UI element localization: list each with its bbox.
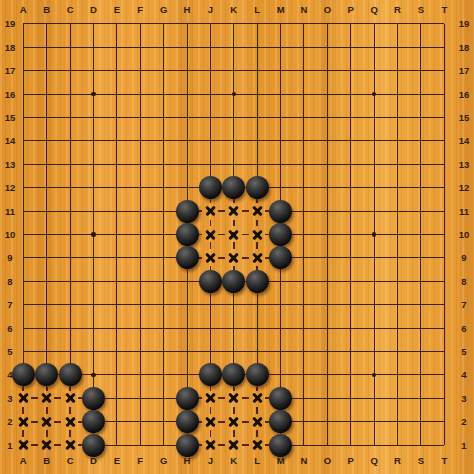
intersection-E15[interactable]	[105, 106, 128, 129]
intersection-O18[interactable]	[316, 36, 339, 59]
intersection-M16[interactable]	[269, 82, 292, 105]
intersection-E10[interactable]	[105, 223, 128, 246]
intersection-C6[interactable]	[58, 316, 81, 339]
intersection-C16[interactable]	[58, 82, 81, 105]
intersection-C2[interactable]	[58, 410, 81, 433]
intersection-K11[interactable]	[222, 199, 245, 222]
intersection-P5[interactable]	[339, 340, 362, 363]
intersection-R2[interactable]	[386, 410, 409, 433]
intersection-F13[interactable]	[129, 153, 152, 176]
intersection-S18[interactable]	[409, 36, 432, 59]
intersection-O10[interactable]	[316, 223, 339, 246]
intersection-P10[interactable]	[339, 223, 362, 246]
intersection-T3[interactable]	[433, 387, 456, 410]
intersection-L7[interactable]	[246, 293, 269, 316]
intersection-F11[interactable]	[129, 199, 152, 222]
intersection-H4[interactable]	[175, 363, 198, 386]
intersection-Q5[interactable]	[362, 340, 385, 363]
intersection-Q19[interactable]	[362, 12, 385, 35]
intersection-M7[interactable]	[269, 293, 292, 316]
intersection-J4[interactable]	[199, 363, 222, 386]
intersection-E2[interactable]	[105, 410, 128, 433]
intersection-G4[interactable]	[152, 363, 175, 386]
intersection-Q11[interactable]	[362, 199, 385, 222]
intersection-B9[interactable]	[35, 246, 58, 269]
intersection-T4[interactable]	[433, 363, 456, 386]
intersection-G13[interactable]	[152, 153, 175, 176]
intersection-L17[interactable]	[246, 59, 269, 82]
intersection-M19[interactable]	[269, 12, 292, 35]
intersection-E1[interactable]	[105, 433, 128, 456]
intersection-S10[interactable]	[409, 223, 432, 246]
intersection-L12[interactable]	[246, 176, 269, 199]
intersection-H6[interactable]	[175, 316, 198, 339]
intersection-F8[interactable]	[129, 270, 152, 293]
intersection-T16[interactable]	[433, 82, 456, 105]
intersection-M1[interactable]	[269, 433, 292, 456]
intersection-G18[interactable]	[152, 36, 175, 59]
intersection-J6[interactable]	[199, 316, 222, 339]
intersection-K9[interactable]	[222, 246, 245, 269]
intersection-T6[interactable]	[433, 316, 456, 339]
intersection-M6[interactable]	[269, 316, 292, 339]
intersection-H8[interactable]	[175, 270, 198, 293]
intersection-Q4[interactable]	[362, 363, 385, 386]
intersection-R5[interactable]	[386, 340, 409, 363]
intersection-M18[interactable]	[269, 36, 292, 59]
intersection-S1[interactable]	[409, 433, 432, 456]
intersection-O13[interactable]	[316, 153, 339, 176]
intersection-R7[interactable]	[386, 293, 409, 316]
intersection-F12[interactable]	[129, 176, 152, 199]
intersection-K13[interactable]	[222, 153, 245, 176]
intersection-R19[interactable]	[386, 12, 409, 35]
intersection-Q14[interactable]	[362, 129, 385, 152]
intersection-F6[interactable]	[129, 316, 152, 339]
intersection-L15[interactable]	[246, 106, 269, 129]
intersection-A16[interactable]	[12, 82, 35, 105]
intersection-Q13[interactable]	[362, 153, 385, 176]
intersection-A12[interactable]	[12, 176, 35, 199]
intersection-F15[interactable]	[129, 106, 152, 129]
intersection-K3[interactable]	[222, 387, 245, 410]
intersection-O7[interactable]	[316, 293, 339, 316]
intersection-Q16[interactable]	[362, 82, 385, 105]
intersection-K16[interactable]	[222, 82, 245, 105]
intersection-M10[interactable]	[269, 223, 292, 246]
intersection-J11[interactable]	[199, 199, 222, 222]
intersection-J17[interactable]	[199, 59, 222, 82]
intersection-S16[interactable]	[409, 82, 432, 105]
intersection-D14[interactable]	[82, 129, 105, 152]
intersection-T9[interactable]	[433, 246, 456, 269]
intersection-E6[interactable]	[105, 316, 128, 339]
intersection-K18[interactable]	[222, 36, 245, 59]
intersection-J10[interactable]	[199, 223, 222, 246]
intersection-O11[interactable]	[316, 199, 339, 222]
intersection-S7[interactable]	[409, 293, 432, 316]
intersection-D2[interactable]	[82, 410, 105, 433]
intersection-D8[interactable]	[82, 270, 105, 293]
intersection-S9[interactable]	[409, 246, 432, 269]
intersection-P14[interactable]	[339, 129, 362, 152]
intersection-J13[interactable]	[199, 153, 222, 176]
intersection-K6[interactable]	[222, 316, 245, 339]
intersection-C18[interactable]	[58, 36, 81, 59]
intersection-C7[interactable]	[58, 293, 81, 316]
intersection-G2[interactable]	[152, 410, 175, 433]
intersection-F10[interactable]	[129, 223, 152, 246]
intersection-R12[interactable]	[386, 176, 409, 199]
intersection-Q9[interactable]	[362, 246, 385, 269]
intersection-A6[interactable]	[12, 316, 35, 339]
intersection-O17[interactable]	[316, 59, 339, 82]
intersection-E5[interactable]	[105, 340, 128, 363]
intersection-L14[interactable]	[246, 129, 269, 152]
intersection-E19[interactable]	[105, 12, 128, 35]
intersection-J12[interactable]	[199, 176, 222, 199]
intersection-N10[interactable]	[292, 223, 315, 246]
intersection-G8[interactable]	[152, 270, 175, 293]
intersection-F5[interactable]	[129, 340, 152, 363]
intersection-N14[interactable]	[292, 129, 315, 152]
intersection-J3[interactable]	[199, 387, 222, 410]
intersection-Q6[interactable]	[362, 316, 385, 339]
intersection-O6[interactable]	[316, 316, 339, 339]
intersection-P8[interactable]	[339, 270, 362, 293]
intersection-B15[interactable]	[35, 106, 58, 129]
intersection-J14[interactable]	[199, 129, 222, 152]
intersection-M2[interactable]	[269, 410, 292, 433]
intersection-P13[interactable]	[339, 153, 362, 176]
intersection-K2[interactable]	[222, 410, 245, 433]
intersection-A4[interactable]	[12, 363, 35, 386]
intersection-J19[interactable]	[199, 12, 222, 35]
intersection-S5[interactable]	[409, 340, 432, 363]
intersection-M12[interactable]	[269, 176, 292, 199]
intersection-K7[interactable]	[222, 293, 245, 316]
intersection-J2[interactable]	[199, 410, 222, 433]
intersection-P3[interactable]	[339, 387, 362, 410]
intersection-T18[interactable]	[433, 36, 456, 59]
intersection-T19[interactable]	[433, 12, 456, 35]
intersection-P4[interactable]	[339, 363, 362, 386]
intersection-B6[interactable]	[35, 316, 58, 339]
intersection-R9[interactable]	[386, 246, 409, 269]
intersection-S19[interactable]	[409, 12, 432, 35]
intersection-J15[interactable]	[199, 106, 222, 129]
intersection-O2[interactable]	[316, 410, 339, 433]
intersection-R17[interactable]	[386, 59, 409, 82]
intersection-A13[interactable]	[12, 153, 35, 176]
intersection-N9[interactable]	[292, 246, 315, 269]
intersection-P7[interactable]	[339, 293, 362, 316]
intersection-B19[interactable]	[35, 12, 58, 35]
intersection-G3[interactable]	[152, 387, 175, 410]
intersection-E14[interactable]	[105, 129, 128, 152]
intersection-G19[interactable]	[152, 12, 175, 35]
intersection-T10[interactable]	[433, 223, 456, 246]
intersection-N5[interactable]	[292, 340, 315, 363]
intersection-R16[interactable]	[386, 82, 409, 105]
intersection-D4[interactable]	[82, 363, 105, 386]
intersection-E16[interactable]	[105, 82, 128, 105]
intersection-D17[interactable]	[82, 59, 105, 82]
intersection-H14[interactable]	[175, 129, 198, 152]
intersection-P15[interactable]	[339, 106, 362, 129]
intersection-A14[interactable]	[12, 129, 35, 152]
intersection-M15[interactable]	[269, 106, 292, 129]
intersection-A1[interactable]	[12, 433, 35, 456]
intersection-N2[interactable]	[292, 410, 315, 433]
intersection-B16[interactable]	[35, 82, 58, 105]
intersection-K4[interactable]	[222, 363, 245, 386]
intersection-P11[interactable]	[339, 199, 362, 222]
intersection-K8[interactable]	[222, 270, 245, 293]
intersection-T12[interactable]	[433, 176, 456, 199]
intersection-G16[interactable]	[152, 82, 175, 105]
intersection-A9[interactable]	[12, 246, 35, 269]
intersection-T7[interactable]	[433, 293, 456, 316]
intersection-D1[interactable]	[82, 433, 105, 456]
intersection-H15[interactable]	[175, 106, 198, 129]
intersection-D10[interactable]	[82, 223, 105, 246]
intersection-O19[interactable]	[316, 12, 339, 35]
intersection-T1[interactable]	[433, 433, 456, 456]
intersection-O1[interactable]	[316, 433, 339, 456]
intersection-H11[interactable]	[175, 199, 198, 222]
intersection-Q2[interactable]	[362, 410, 385, 433]
intersection-S6[interactable]	[409, 316, 432, 339]
intersection-R11[interactable]	[386, 199, 409, 222]
intersection-P17[interactable]	[339, 59, 362, 82]
intersection-T17[interactable]	[433, 59, 456, 82]
intersection-Q17[interactable]	[362, 59, 385, 82]
intersection-G17[interactable]	[152, 59, 175, 82]
intersection-A2[interactable]	[12, 410, 35, 433]
intersection-L8[interactable]	[246, 270, 269, 293]
intersection-D7[interactable]	[82, 293, 105, 316]
intersection-S2[interactable]	[409, 410, 432, 433]
intersection-H1[interactable]	[175, 433, 198, 456]
intersection-Q1[interactable]	[362, 433, 385, 456]
intersection-D19[interactable]	[82, 12, 105, 35]
intersection-C3[interactable]	[58, 387, 81, 410]
intersection-B10[interactable]	[35, 223, 58, 246]
intersection-O8[interactable]	[316, 270, 339, 293]
intersection-C19[interactable]	[58, 12, 81, 35]
intersection-D15[interactable]	[82, 106, 105, 129]
intersection-L6[interactable]	[246, 316, 269, 339]
intersection-O12[interactable]	[316, 176, 339, 199]
intersection-Q15[interactable]	[362, 106, 385, 129]
intersection-D12[interactable]	[82, 176, 105, 199]
intersection-R3[interactable]	[386, 387, 409, 410]
intersection-A11[interactable]	[12, 199, 35, 222]
intersection-L10[interactable]	[246, 223, 269, 246]
intersection-D5[interactable]	[82, 340, 105, 363]
intersection-P12[interactable]	[339, 176, 362, 199]
intersection-N18[interactable]	[292, 36, 315, 59]
intersection-F7[interactable]	[129, 293, 152, 316]
intersection-L3[interactable]	[246, 387, 269, 410]
intersection-K12[interactable]	[222, 176, 245, 199]
intersection-C12[interactable]	[58, 176, 81, 199]
intersection-H10[interactable]	[175, 223, 198, 246]
intersection-M17[interactable]	[269, 59, 292, 82]
intersection-J9[interactable]	[199, 246, 222, 269]
intersection-B8[interactable]	[35, 270, 58, 293]
intersection-B1[interactable]	[35, 433, 58, 456]
intersection-F3[interactable]	[129, 387, 152, 410]
intersection-A17[interactable]	[12, 59, 35, 82]
intersection-A8[interactable]	[12, 270, 35, 293]
intersection-J7[interactable]	[199, 293, 222, 316]
intersection-G6[interactable]	[152, 316, 175, 339]
intersection-R14[interactable]	[386, 129, 409, 152]
intersection-C4[interactable]	[58, 363, 81, 386]
intersection-P19[interactable]	[339, 12, 362, 35]
intersection-R15[interactable]	[386, 106, 409, 129]
intersection-S3[interactable]	[409, 387, 432, 410]
intersection-L11[interactable]	[246, 199, 269, 222]
intersection-E8[interactable]	[105, 270, 128, 293]
intersection-P9[interactable]	[339, 246, 362, 269]
intersection-A10[interactable]	[12, 223, 35, 246]
intersection-J18[interactable]	[199, 36, 222, 59]
intersection-P1[interactable]	[339, 433, 362, 456]
intersection-B12[interactable]	[35, 176, 58, 199]
intersection-A15[interactable]	[12, 106, 35, 129]
intersection-K10[interactable]	[222, 223, 245, 246]
intersection-B11[interactable]	[35, 199, 58, 222]
intersection-L18[interactable]	[246, 36, 269, 59]
intersection-T14[interactable]	[433, 129, 456, 152]
intersection-N1[interactable]	[292, 433, 315, 456]
intersection-N3[interactable]	[292, 387, 315, 410]
intersection-G14[interactable]	[152, 129, 175, 152]
intersection-D3[interactable]	[82, 387, 105, 410]
intersection-H16[interactable]	[175, 82, 198, 105]
intersection-M14[interactable]	[269, 129, 292, 152]
intersection-J8[interactable]	[199, 270, 222, 293]
intersection-K1[interactable]	[222, 433, 245, 456]
intersection-B18[interactable]	[35, 36, 58, 59]
intersection-H3[interactable]	[175, 387, 198, 410]
intersection-B4[interactable]	[35, 363, 58, 386]
intersection-E13[interactable]	[105, 153, 128, 176]
intersection-S17[interactable]	[409, 59, 432, 82]
intersection-D11[interactable]	[82, 199, 105, 222]
intersection-R10[interactable]	[386, 223, 409, 246]
intersection-P6[interactable]	[339, 316, 362, 339]
intersection-N15[interactable]	[292, 106, 315, 129]
intersection-L9[interactable]	[246, 246, 269, 269]
intersection-T5[interactable]	[433, 340, 456, 363]
intersection-M8[interactable]	[269, 270, 292, 293]
intersection-B17[interactable]	[35, 59, 58, 82]
intersection-C15[interactable]	[58, 106, 81, 129]
intersection-D6[interactable]	[82, 316, 105, 339]
intersection-M3[interactable]	[269, 387, 292, 410]
intersection-H5[interactable]	[175, 340, 198, 363]
intersection-F16[interactable]	[129, 82, 152, 105]
intersection-G12[interactable]	[152, 176, 175, 199]
intersection-G15[interactable]	[152, 106, 175, 129]
intersection-E3[interactable]	[105, 387, 128, 410]
intersection-Q10[interactable]	[362, 223, 385, 246]
intersection-P2[interactable]	[339, 410, 362, 433]
intersection-G10[interactable]	[152, 223, 175, 246]
intersection-C5[interactable]	[58, 340, 81, 363]
intersection-F17[interactable]	[129, 59, 152, 82]
intersection-F9[interactable]	[129, 246, 152, 269]
intersection-A5[interactable]	[12, 340, 35, 363]
intersection-T2[interactable]	[433, 410, 456, 433]
intersection-N8[interactable]	[292, 270, 315, 293]
intersection-T15[interactable]	[433, 106, 456, 129]
intersection-S14[interactable]	[409, 129, 432, 152]
intersection-F19[interactable]	[129, 12, 152, 35]
intersection-S8[interactable]	[409, 270, 432, 293]
intersection-D16[interactable]	[82, 82, 105, 105]
intersection-B2[interactable]	[35, 410, 58, 433]
intersection-R13[interactable]	[386, 153, 409, 176]
intersection-O15[interactable]	[316, 106, 339, 129]
intersection-J16[interactable]	[199, 82, 222, 105]
intersection-B5[interactable]	[35, 340, 58, 363]
intersection-C1[interactable]	[58, 433, 81, 456]
intersection-P18[interactable]	[339, 36, 362, 59]
intersection-C9[interactable]	[58, 246, 81, 269]
intersection-N6[interactable]	[292, 316, 315, 339]
intersection-H7[interactable]	[175, 293, 198, 316]
intersection-R8[interactable]	[386, 270, 409, 293]
intersection-E9[interactable]	[105, 246, 128, 269]
intersection-N17[interactable]	[292, 59, 315, 82]
intersection-A7[interactable]	[12, 293, 35, 316]
intersection-E11[interactable]	[105, 199, 128, 222]
intersection-O16[interactable]	[316, 82, 339, 105]
intersection-L5[interactable]	[246, 340, 269, 363]
intersection-G9[interactable]	[152, 246, 175, 269]
intersection-P16[interactable]	[339, 82, 362, 105]
intersection-G7[interactable]	[152, 293, 175, 316]
intersection-C10[interactable]	[58, 223, 81, 246]
intersection-R1[interactable]	[386, 433, 409, 456]
intersection-S15[interactable]	[409, 106, 432, 129]
intersection-H9[interactable]	[175, 246, 198, 269]
intersection-H2[interactable]	[175, 410, 198, 433]
intersection-N12[interactable]	[292, 176, 315, 199]
intersection-N7[interactable]	[292, 293, 315, 316]
intersection-A3[interactable]	[12, 387, 35, 410]
intersection-F4[interactable]	[129, 363, 152, 386]
intersection-A18[interactable]	[12, 36, 35, 59]
intersection-F2[interactable]	[129, 410, 152, 433]
intersection-B13[interactable]	[35, 153, 58, 176]
intersection-C13[interactable]	[58, 153, 81, 176]
intersection-Q8[interactable]	[362, 270, 385, 293]
intersection-C17[interactable]	[58, 59, 81, 82]
intersection-M5[interactable]	[269, 340, 292, 363]
intersection-H12[interactable]	[175, 176, 198, 199]
intersection-E7[interactable]	[105, 293, 128, 316]
intersection-G1[interactable]	[152, 433, 175, 456]
intersection-F1[interactable]	[129, 433, 152, 456]
intersection-O3[interactable]	[316, 387, 339, 410]
intersection-L1[interactable]	[246, 433, 269, 456]
